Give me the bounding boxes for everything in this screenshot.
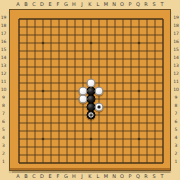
coord-label-R-col: R <box>144 1 147 6</box>
coord-label-K-col: K <box>88 174 91 179</box>
coord-label-11-numL: 11 <box>1 80 7 85</box>
coord-label-A-col: A <box>16 1 19 6</box>
star-point-D10 <box>42 90 45 93</box>
coord-label-19-numL: 19 <box>1 16 7 21</box>
star-point-K4 <box>90 138 93 141</box>
coord-label-18-numR: 18 <box>173 24 179 29</box>
coord-label-3-numR: 3 <box>175 144 178 149</box>
coord-label-10-numR: 10 <box>173 88 179 93</box>
coord-label-14-numL: 14 <box>1 56 7 61</box>
coord-label-S-col: S <box>152 174 155 179</box>
coord-label-5-numR: 5 <box>175 128 178 133</box>
coord-label-Q-col: Q <box>136 1 140 6</box>
stone-white-J9[interactable] <box>79 95 88 104</box>
coord-label-8-numL: 8 <box>2 104 5 109</box>
coord-label-H-col: H <box>72 1 76 6</box>
coord-label-4-numL: 4 <box>2 136 5 141</box>
star-point-K16 <box>90 42 93 45</box>
star-point-D4 <box>42 138 45 141</box>
coord-label-16-numL: 16 <box>1 40 7 45</box>
coord-label-E-col: E <box>48 1 51 6</box>
coord-label-C-col: C <box>32 1 36 6</box>
star-point-Q16 <box>138 42 141 45</box>
coord-label-E-col: E <box>48 174 51 179</box>
coord-label-2-numL: 2 <box>2 152 5 157</box>
star-point-Q4 <box>138 138 141 141</box>
dot-marker-L8 <box>98 106 101 109</box>
coord-label-O-col: O <box>120 174 124 179</box>
coord-label-2-numR: 2 <box>175 152 178 157</box>
coord-label-J-col: J <box>81 174 82 179</box>
go-board[interactable] <box>9 9 171 171</box>
coord-label-T-col: T <box>160 174 163 179</box>
coord-label-17-numL: 17 <box>1 32 7 37</box>
coord-label-O-col: O <box>120 1 124 6</box>
star-point-D16 <box>42 42 45 45</box>
coord-label-P-col: P <box>128 174 131 179</box>
go-board-page: AABBCCDDEEFFGGHHJJKKLLMMNNOOPPQQRRSSTT19… <box>0 0 180 180</box>
coord-label-A-col: A <box>16 174 19 179</box>
coord-label-15-numR: 15 <box>173 48 179 53</box>
coord-label-6-numL: 6 <box>2 120 5 125</box>
coord-label-3-numL: 3 <box>2 144 5 149</box>
coord-label-7-numL: 7 <box>2 112 5 117</box>
coord-label-L-col: L <box>97 174 100 179</box>
coord-label-B-col: B <box>24 174 27 179</box>
stone-white-L8[interactable] <box>95 103 104 112</box>
coord-label-K-col: K <box>88 1 91 6</box>
coord-label-4-numR: 4 <box>175 136 178 141</box>
coord-label-S-col: S <box>152 1 155 6</box>
coord-label-1-numL: 1 <box>2 160 5 165</box>
coord-label-J-col: J <box>81 1 82 6</box>
coord-label-Q-col: Q <box>136 174 140 179</box>
coord-label-P-col: P <box>128 1 131 6</box>
circle-marker-K7 <box>89 113 94 118</box>
coord-label-B-col: B <box>24 1 27 6</box>
coord-label-12-numL: 12 <box>1 72 7 77</box>
coord-label-11-numR: 11 <box>173 80 179 85</box>
coord-label-D-col: D <box>40 1 44 6</box>
coord-label-C-col: C <box>32 174 36 179</box>
coord-label-T-col: T <box>160 1 163 6</box>
coord-label-N-col: N <box>112 1 116 6</box>
coord-label-M-col: M <box>104 174 108 179</box>
stone-black-K7[interactable] <box>87 111 96 120</box>
coord-label-14-numR: 14 <box>173 56 179 61</box>
coord-label-H-col: H <box>72 174 76 179</box>
coord-label-13-numR: 13 <box>173 64 179 69</box>
coord-label-9-numL: 9 <box>2 96 5 101</box>
coord-label-9-numR: 9 <box>175 96 178 101</box>
coord-label-6-numR: 6 <box>175 120 178 125</box>
coord-label-F-col: F <box>57 174 60 179</box>
coord-label-17-numR: 17 <box>173 32 179 37</box>
coord-label-19-numR: 19 <box>173 16 179 21</box>
coord-label-N-col: N <box>112 174 116 179</box>
star-point-Q10 <box>138 90 141 93</box>
coord-label-12-numR: 12 <box>173 72 179 77</box>
coord-label-R-col: R <box>144 174 147 179</box>
coord-label-13-numL: 13 <box>1 64 7 69</box>
coord-label-16-numR: 16 <box>173 40 179 45</box>
stone-white-K11[interactable] <box>87 79 96 88</box>
coord-label-15-numL: 15 <box>1 48 7 53</box>
coord-label-1-numR: 1 <box>175 160 178 165</box>
coord-label-L-col: L <box>97 1 100 6</box>
coord-label-M-col: M <box>104 1 108 6</box>
stone-white-L10[interactable] <box>95 87 104 96</box>
coord-label-D-col: D <box>40 174 44 179</box>
coord-label-7-numR: 7 <box>175 112 178 117</box>
coord-label-F-col: F <box>57 1 60 6</box>
coord-label-G-col: G <box>64 174 68 179</box>
coord-label-18-numL: 18 <box>1 24 7 29</box>
coord-label-5-numL: 5 <box>2 128 5 133</box>
coord-label-8-numR: 8 <box>175 104 178 109</box>
coord-label-10-numL: 10 <box>1 88 7 93</box>
coord-label-G-col: G <box>64 1 68 6</box>
